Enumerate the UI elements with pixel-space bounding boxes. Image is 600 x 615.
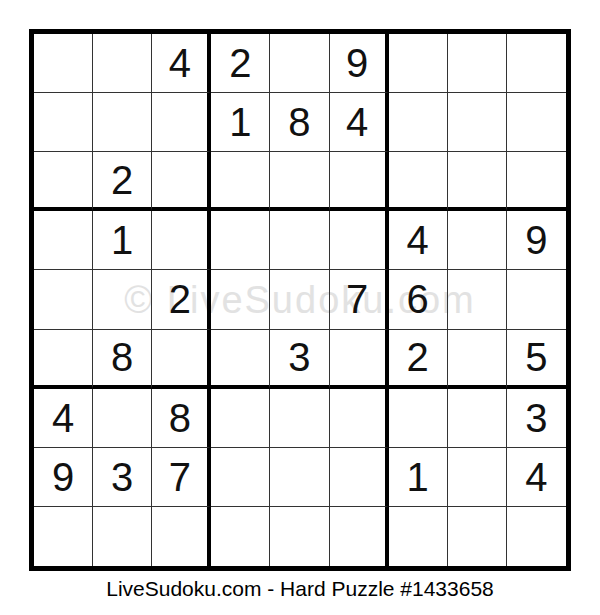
cell-r5c5[interactable] [270,270,329,329]
cell-r6c5[interactable]: 3 [270,330,329,389]
cell-r5c8[interactable] [448,270,507,329]
cell-r6c2[interactable]: 8 [93,330,152,389]
cell-r8c6[interactable] [330,448,389,507]
cell-r7c7[interactable] [389,389,448,448]
cell-r1c4[interactable]: 2 [211,34,270,93]
cell-r2c5[interactable]: 8 [270,93,329,152]
cell-r4c6[interactable] [330,211,389,270]
cell-r6c9[interactable]: 5 [507,330,566,389]
cell-r4c9[interactable]: 9 [507,211,566,270]
cell-r3c8[interactable] [448,152,507,211]
cell-r6c7[interactable]: 2 [389,330,448,389]
cell-r1c9[interactable] [507,34,566,93]
cell-r1c5[interactable] [270,34,329,93]
cell-r5c2[interactable] [93,270,152,329]
cell-r1c7[interactable] [389,34,448,93]
cell-r9c6[interactable] [330,507,389,566]
cell-r8c4[interactable] [211,448,270,507]
cell-r5c3[interactable]: 2 [152,270,211,329]
cell-r8c7[interactable]: 1 [389,448,448,507]
cell-r8c8[interactable] [448,448,507,507]
cell-r1c3[interactable]: 4 [152,34,211,93]
cell-r4c4[interactable] [211,211,270,270]
cell-r7c8[interactable] [448,389,507,448]
cell-r9c8[interactable] [448,507,507,566]
cell-r3c5[interactable] [270,152,329,211]
cell-r1c2[interactable] [93,34,152,93]
cell-r5c7[interactable]: 6 [389,270,448,329]
cell-r9c4[interactable] [211,507,270,566]
cell-r8c9[interactable]: 4 [507,448,566,507]
cell-r7c9[interactable]: 3 [507,389,566,448]
cell-r2c9[interactable] [507,93,566,152]
cell-r1c8[interactable] [448,34,507,93]
cell-r7c5[interactable] [270,389,329,448]
cell-r2c8[interactable] [448,93,507,152]
cell-r7c3[interactable]: 8 [152,389,211,448]
cell-r3c6[interactable] [330,152,389,211]
cell-r4c8[interactable] [448,211,507,270]
cell-r3c3[interactable] [152,152,211,211]
cell-r7c2[interactable] [93,389,152,448]
cell-r4c3[interactable] [152,211,211,270]
cell-r4c5[interactable] [270,211,329,270]
cell-r3c2[interactable]: 2 [93,152,152,211]
cell-r8c3[interactable]: 7 [152,448,211,507]
cell-r8c2[interactable]: 3 [93,448,152,507]
cell-r3c7[interactable] [389,152,448,211]
cell-r5c1[interactable] [34,270,93,329]
cell-r8c1[interactable]: 9 [34,448,93,507]
cell-r2c3[interactable] [152,93,211,152]
cell-r4c7[interactable]: 4 [389,211,448,270]
cell-r2c1[interactable] [34,93,93,152]
cell-r9c7[interactable] [389,507,448,566]
cell-r1c6[interactable]: 9 [330,34,389,93]
cell-r6c1[interactable] [34,330,93,389]
cell-r3c9[interactable] [507,152,566,211]
caption: LiveSudoku.com - Hard Puzzle #1433658 [0,577,600,601]
cell-r6c8[interactable] [448,330,507,389]
cell-r2c6[interactable]: 4 [330,93,389,152]
cell-r9c2[interactable] [93,507,152,566]
cell-r9c5[interactable] [270,507,329,566]
cell-r9c9[interactable] [507,507,566,566]
sudoku-cells: 4291842149276832548393714 [34,34,566,566]
cell-r3c1[interactable] [34,152,93,211]
cell-r2c2[interactable] [93,93,152,152]
cell-r7c1[interactable]: 4 [34,389,93,448]
cell-r3c4[interactable] [211,152,270,211]
cell-r7c4[interactable] [211,389,270,448]
cell-r4c2[interactable]: 1 [93,211,152,270]
cell-r5c4[interactable] [211,270,270,329]
cell-r5c9[interactable] [507,270,566,329]
cell-r9c1[interactable] [34,507,93,566]
cell-r5c6[interactable]: 7 [330,270,389,329]
cell-r7c6[interactable] [330,389,389,448]
cell-r2c4[interactable]: 1 [211,93,270,152]
cell-r9c3[interactable] [152,507,211,566]
cell-r6c4[interactable] [211,330,270,389]
cell-r6c3[interactable] [152,330,211,389]
cell-r6c6[interactable] [330,330,389,389]
puzzle-page: © LiveSudoku.com 42918421492768325483937… [0,0,600,615]
sudoku-board: © LiveSudoku.com 42918421492768325483937… [29,29,571,571]
cell-r8c5[interactable] [270,448,329,507]
cell-r4c1[interactable] [34,211,93,270]
cell-r1c1[interactable] [34,34,93,93]
cell-r2c7[interactable] [389,93,448,152]
